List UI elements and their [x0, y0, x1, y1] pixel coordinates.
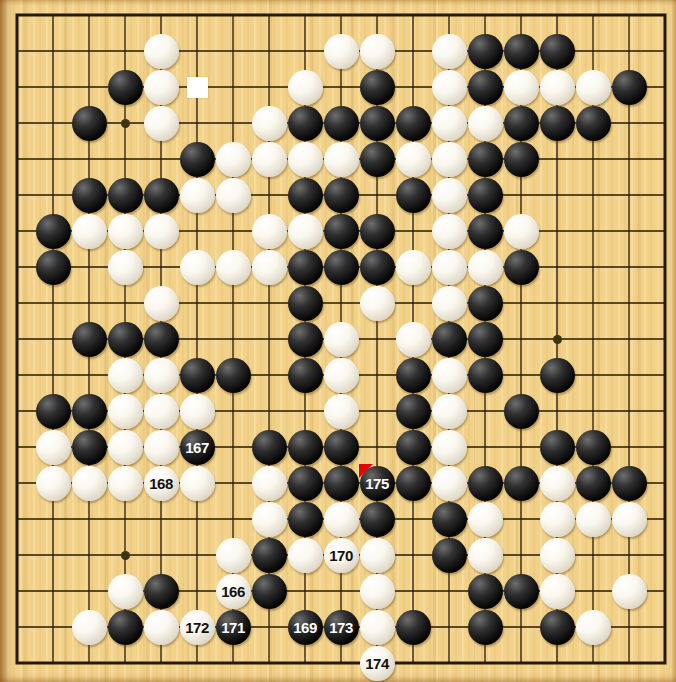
white-stone[interactable] [540, 574, 575, 609]
white-stone[interactable] [360, 538, 395, 573]
black-stone[interactable] [360, 214, 395, 249]
black-stone[interactable] [72, 430, 107, 465]
white-stone[interactable] [72, 610, 107, 645]
black-stone[interactable] [324, 214, 359, 249]
black-stone[interactable] [504, 574, 539, 609]
white-stone[interactable] [108, 466, 143, 501]
black-stone[interactable] [324, 250, 359, 285]
white-stone[interactable] [252, 502, 287, 537]
white-stone[interactable] [72, 214, 107, 249]
black-stone[interactable] [468, 214, 503, 249]
white-stone[interactable] [108, 430, 143, 465]
black-stone[interactable] [252, 538, 287, 573]
white-stone[interactable] [252, 214, 287, 249]
black-stone[interactable] [360, 106, 395, 141]
move-170-white-stone[interactable]: 170 [324, 538, 359, 573]
go-game-screenshot: 167168175170166172171169173174 [0, 0, 676, 682]
white-stone[interactable] [432, 34, 467, 69]
black-stone[interactable] [504, 142, 539, 177]
white-stone[interactable] [144, 394, 179, 429]
black-stone[interactable] [396, 430, 431, 465]
black-stone[interactable] [180, 142, 215, 177]
black-stone[interactable] [108, 610, 143, 645]
white-stone[interactable] [180, 394, 215, 429]
star-point [121, 119, 130, 128]
white-stone[interactable] [468, 250, 503, 285]
black-stone[interactable] [144, 178, 179, 213]
black-stone[interactable] [288, 106, 323, 141]
black-stone[interactable] [612, 70, 647, 105]
white-stone[interactable] [540, 538, 575, 573]
black-stone[interactable] [108, 70, 143, 105]
black-stone[interactable] [540, 34, 575, 69]
move-174-white-stone[interactable]: 174 [360, 646, 395, 681]
black-stone[interactable] [432, 322, 467, 357]
white-stone[interactable] [432, 394, 467, 429]
white-stone[interactable] [432, 286, 467, 321]
black-stone[interactable] [432, 538, 467, 573]
black-stone[interactable] [72, 106, 107, 141]
white-stone[interactable] [324, 34, 359, 69]
white-stone[interactable] [144, 610, 179, 645]
black-stone[interactable] [540, 358, 575, 393]
white-stone[interactable] [396, 322, 431, 357]
black-stone[interactable] [288, 286, 323, 321]
black-stone[interactable] [504, 466, 539, 501]
black-stone[interactable] [36, 214, 71, 249]
move-173-black-stone[interactable]: 173 [324, 610, 359, 645]
black-stone[interactable] [360, 70, 395, 105]
black-stone[interactable] [468, 466, 503, 501]
black-stone[interactable] [468, 322, 503, 357]
white-stone[interactable] [432, 466, 467, 501]
black-stone[interactable] [468, 358, 503, 393]
white-stone[interactable] [432, 430, 467, 465]
white-stone[interactable] [612, 574, 647, 609]
white-stone[interactable] [324, 394, 359, 429]
black-stone[interactable] [288, 322, 323, 357]
white-stone[interactable] [36, 430, 71, 465]
black-stone[interactable] [540, 430, 575, 465]
white-stone[interactable] [540, 502, 575, 537]
white-stone[interactable] [180, 178, 215, 213]
white-stone[interactable] [216, 142, 251, 177]
white-stone[interactable] [396, 250, 431, 285]
black-stone[interactable] [180, 358, 215, 393]
white-stone[interactable] [576, 502, 611, 537]
white-stone[interactable] [288, 142, 323, 177]
white-stone[interactable] [36, 466, 71, 501]
black-stone[interactable] [252, 574, 287, 609]
black-stone[interactable] [36, 250, 71, 285]
white-square-marker [187, 77, 208, 98]
black-stone[interactable] [288, 430, 323, 465]
white-stone[interactable] [504, 70, 539, 105]
black-stone[interactable] [252, 430, 287, 465]
white-stone[interactable] [108, 358, 143, 393]
black-stone[interactable] [576, 466, 611, 501]
white-stone[interactable] [252, 250, 287, 285]
go-board[interactable]: 167168175170166172171169173174 [0, 0, 676, 682]
move-172-white-stone[interactable]: 172 [180, 610, 215, 645]
white-stone[interactable] [432, 106, 467, 141]
white-stone[interactable] [360, 574, 395, 609]
white-stone[interactable] [144, 34, 179, 69]
black-stone[interactable] [144, 574, 179, 609]
white-stone[interactable] [144, 214, 179, 249]
red-triangle-marker [359, 464, 373, 478]
black-stone[interactable] [324, 178, 359, 213]
black-stone[interactable] [360, 142, 395, 177]
white-stone[interactable] [468, 106, 503, 141]
white-stone[interactable] [252, 466, 287, 501]
black-stone[interactable] [468, 142, 503, 177]
white-stone[interactable] [216, 178, 251, 213]
white-stone[interactable] [108, 574, 143, 609]
black-stone[interactable] [540, 610, 575, 645]
black-stone[interactable] [396, 106, 431, 141]
white-stone[interactable] [360, 286, 395, 321]
black-stone[interactable] [324, 106, 359, 141]
white-stone[interactable] [396, 142, 431, 177]
black-stone[interactable] [576, 106, 611, 141]
move-167-black-stone[interactable]: 167 [180, 430, 215, 465]
white-stone[interactable] [504, 214, 539, 249]
black-stone[interactable] [432, 502, 467, 537]
black-stone[interactable] [468, 286, 503, 321]
white-stone[interactable] [612, 502, 647, 537]
white-stone[interactable] [144, 106, 179, 141]
white-stone[interactable] [576, 70, 611, 105]
white-stone[interactable] [144, 70, 179, 105]
white-stone[interactable] [432, 358, 467, 393]
black-stone[interactable] [288, 358, 323, 393]
black-stone[interactable] [540, 106, 575, 141]
black-stone[interactable] [468, 610, 503, 645]
white-stone[interactable] [360, 34, 395, 69]
white-stone[interactable] [432, 142, 467, 177]
move-166-white-stone[interactable]: 166 [216, 574, 251, 609]
black-stone[interactable] [504, 394, 539, 429]
black-stone[interactable] [360, 502, 395, 537]
white-stone[interactable] [324, 358, 359, 393]
white-stone[interactable] [288, 70, 323, 105]
black-stone[interactable] [396, 610, 431, 645]
black-stone[interactable] [108, 178, 143, 213]
move-169-black-stone[interactable]: 169 [288, 610, 323, 645]
black-stone[interactable] [468, 178, 503, 213]
white-stone[interactable] [144, 286, 179, 321]
white-stone[interactable] [180, 250, 215, 285]
white-stone[interactable] [432, 70, 467, 105]
black-stone[interactable] [468, 70, 503, 105]
star-point [553, 335, 562, 344]
white-stone[interactable] [288, 538, 323, 573]
black-stone[interactable] [396, 358, 431, 393]
white-stone[interactable] [180, 466, 215, 501]
white-stone[interactable] [576, 610, 611, 645]
black-stone[interactable] [504, 34, 539, 69]
white-stone[interactable] [216, 538, 251, 573]
black-stone[interactable] [288, 502, 323, 537]
white-stone[interactable] [324, 142, 359, 177]
white-stone[interactable] [540, 466, 575, 501]
black-stone[interactable] [36, 394, 71, 429]
black-stone[interactable] [396, 394, 431, 429]
white-stone[interactable] [252, 106, 287, 141]
black-stone[interactable] [360, 250, 395, 285]
white-stone[interactable] [468, 502, 503, 537]
white-stone[interactable] [108, 214, 143, 249]
move-168-white-stone[interactable]: 168 [144, 466, 179, 501]
black-stone[interactable] [72, 322, 107, 357]
black-stone[interactable] [72, 178, 107, 213]
black-stone[interactable] [324, 430, 359, 465]
black-stone[interactable] [612, 466, 647, 501]
black-stone[interactable] [108, 322, 143, 357]
black-stone[interactable] [468, 34, 503, 69]
white-stone[interactable] [144, 430, 179, 465]
black-stone[interactable] [288, 250, 323, 285]
black-stone[interactable] [504, 250, 539, 285]
white-stone[interactable] [108, 394, 143, 429]
black-stone[interactable] [468, 574, 503, 609]
white-stone[interactable] [432, 250, 467, 285]
white-stone[interactable] [216, 250, 251, 285]
white-stone[interactable] [252, 142, 287, 177]
black-stone[interactable] [504, 106, 539, 141]
move-171-black-stone[interactable]: 171 [216, 610, 251, 645]
white-stone[interactable] [324, 322, 359, 357]
black-stone[interactable] [396, 466, 431, 501]
black-stone[interactable] [396, 178, 431, 213]
white-stone[interactable] [288, 214, 323, 249]
black-stone[interactable] [576, 430, 611, 465]
white-stone[interactable] [72, 466, 107, 501]
white-stone[interactable] [432, 214, 467, 249]
white-stone[interactable] [540, 70, 575, 105]
white-stone[interactable] [108, 250, 143, 285]
black-stone[interactable] [216, 358, 251, 393]
black-stone[interactable] [72, 394, 107, 429]
black-stone[interactable] [288, 466, 323, 501]
white-stone[interactable] [324, 502, 359, 537]
white-stone[interactable] [432, 178, 467, 213]
white-stone[interactable] [360, 610, 395, 645]
white-stone[interactable] [468, 538, 503, 573]
white-stone[interactable] [144, 358, 179, 393]
black-stone[interactable] [144, 322, 179, 357]
black-stone[interactable] [288, 178, 323, 213]
star-point [121, 551, 130, 560]
black-stone[interactable] [324, 466, 359, 501]
